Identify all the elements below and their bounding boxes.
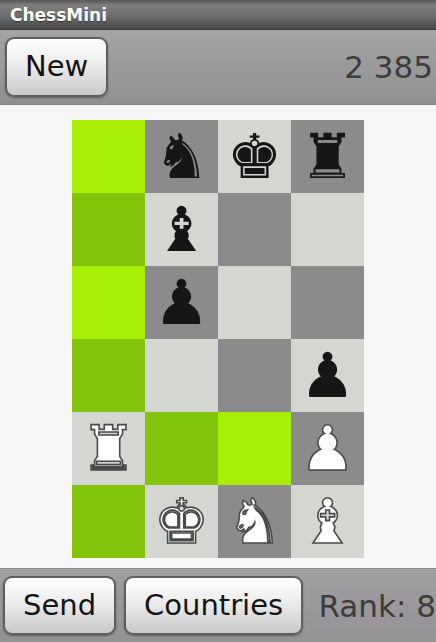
- square-b1[interactable]: ♚: [145, 485, 218, 558]
- square-d3[interactable]: ♟: [291, 339, 364, 412]
- square-a6[interactable]: [72, 120, 145, 193]
- square-b3[interactable]: [145, 339, 218, 412]
- white-knight: ♞: [227, 485, 283, 558]
- send-button[interactable]: Send: [3, 576, 116, 636]
- square-d6[interactable]: ♜: [291, 120, 364, 193]
- square-d1[interactable]: ♝: [291, 485, 364, 558]
- square-b6[interactable]: ♞: [145, 120, 218, 193]
- square-a2[interactable]: ♜: [72, 412, 145, 485]
- black-king: ♚: [227, 120, 283, 193]
- black-pawn: ♟: [300, 339, 356, 412]
- square-c4[interactable]: [218, 266, 291, 339]
- black-knight: ♞: [154, 120, 210, 193]
- square-d4[interactable]: [291, 266, 364, 339]
- title-bar: ChessMini: [0, 0, 436, 30]
- rank-value: Rank: 8: [319, 588, 436, 624]
- square-c6[interactable]: ♚: [218, 120, 291, 193]
- app-title: ChessMini: [10, 5, 107, 25]
- countries-button[interactable]: Countries: [124, 576, 303, 636]
- square-b2[interactable]: [145, 412, 218, 485]
- square-c5[interactable]: [218, 193, 291, 266]
- white-king: ♚: [154, 485, 210, 558]
- square-b4[interactable]: ♟: [145, 266, 218, 339]
- square-c2[interactable]: [218, 412, 291, 485]
- top-toolbar: New 2 385: [0, 30, 436, 105]
- square-c1[interactable]: ♞: [218, 485, 291, 558]
- black-bishop: ♝: [154, 193, 210, 266]
- white-rook: ♜: [81, 412, 137, 485]
- new-button[interactable]: New: [5, 37, 108, 97]
- black-pawn: ♟: [154, 266, 210, 339]
- board-area: ♞♚♜♝♟♟♜♟♚♞♝: [0, 106, 436, 568]
- square-c3[interactable]: [218, 339, 291, 412]
- white-pawn: ♟: [300, 412, 356, 485]
- square-a5[interactable]: [72, 193, 145, 266]
- square-b5[interactable]: ♝: [145, 193, 218, 266]
- white-bishop: ♝: [300, 485, 356, 558]
- bottom-toolbar: Send Countries Rank: 8: [0, 568, 436, 642]
- square-a1[interactable]: [72, 485, 145, 558]
- square-a3[interactable]: [72, 339, 145, 412]
- square-d2[interactable]: ♟: [291, 412, 364, 485]
- square-d5[interactable]: [291, 193, 364, 266]
- score-value: 2 385: [344, 49, 434, 85]
- black-rook: ♜: [300, 120, 356, 193]
- chess-board: ♞♚♜♝♟♟♜♟♚♞♝: [72, 120, 364, 558]
- square-a4[interactable]: [72, 266, 145, 339]
